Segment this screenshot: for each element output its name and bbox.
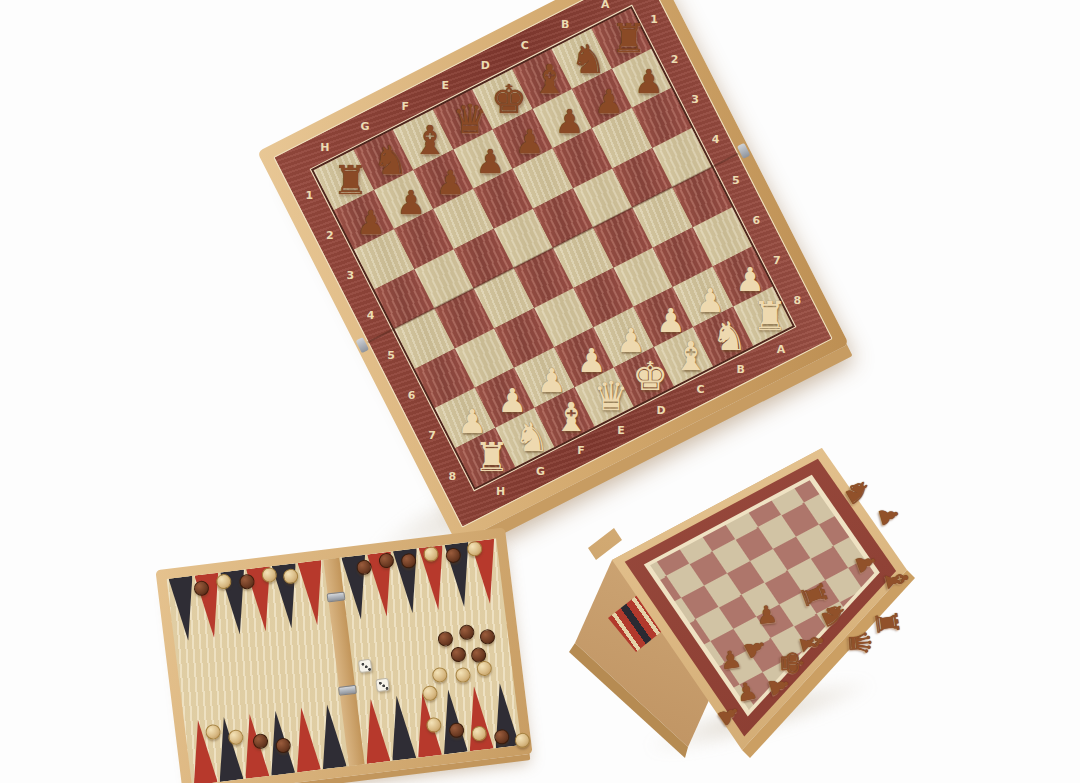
coordinate-label: H [320, 141, 329, 154]
coordinate-label: 5 [732, 174, 740, 187]
coordinate-label: 7 [428, 430, 436, 443]
coordinate-label: H [496, 485, 505, 498]
coordinate-label: G [360, 120, 369, 133]
coordinate-label: C [521, 38, 529, 51]
coordinate-label: B [737, 363, 745, 376]
coordinate-label: B [561, 18, 569, 31]
coordinate-label: 4 [711, 134, 719, 147]
product-photo-scene: HGFEDCBA HGFEDCBA 12345678 12345678 ♜♞♝♛… [0, 0, 1080, 783]
coordinate-label: F [401, 100, 409, 113]
coordinate-label: 8 [448, 470, 456, 483]
die [375, 678, 389, 692]
coordinate-label: A [777, 342, 786, 355]
coordinate-label: 3 [346, 269, 354, 282]
coordinate-label: 7 [773, 254, 781, 267]
coordinate-label: 8 [793, 294, 801, 307]
coordinate-label: 2 [326, 229, 334, 242]
magnetic-piece-pawn: ♟ [755, 602, 779, 628]
coordinate-label: 1 [650, 13, 658, 26]
coordinate-label: E [441, 79, 449, 92]
coordinate-label: 2 [671, 53, 679, 66]
coordinate-label: D [481, 59, 490, 72]
magnetic-piece-king: ♚ [776, 649, 807, 677]
magnetic-piece-pawn: ♟ [734, 678, 760, 706]
magnetic-piece-queen: ♛ [844, 629, 876, 658]
coordinate-label: 4 [367, 309, 375, 322]
coordinate-label: 3 [691, 94, 699, 107]
coordinate-label: 6 [752, 214, 760, 227]
coordinate-label: A [601, 0, 610, 11]
folded-magnetic-board: ♟♟♝♟♟♞♜♟♝♛♚♟♟♞♟♜ [548, 428, 1018, 778]
coordinate-label: 5 [387, 349, 395, 362]
coordinate-label: G [536, 465, 545, 478]
coordinate-label: D [656, 404, 665, 417]
open-backgammon-board [155, 527, 532, 783]
coordinate-label: 6 [407, 389, 415, 402]
magnetic-piece-pawn: ♟ [874, 502, 903, 529]
magnetic-piece-bishop: ♝ [879, 563, 915, 596]
die [358, 659, 372, 673]
chess-piece-light-rook: ♜ [751, 296, 787, 336]
coordinate-label: 1 [305, 189, 313, 202]
coordinate-label: C [697, 383, 705, 396]
